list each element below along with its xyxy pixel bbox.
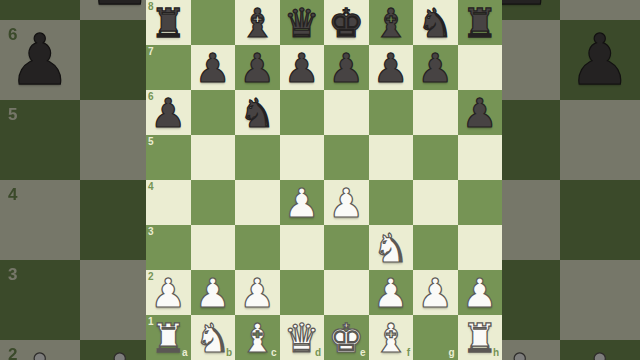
square-f7[interactable]: ♟: [369, 45, 414, 90]
rank-label-3-bg: 3: [8, 266, 17, 283]
square-g1[interactable]: g: [413, 315, 458, 360]
black-pawn-icon[interactable]: ♟: [146, 90, 191, 135]
square-h5-bg: [560, 100, 640, 180]
square-d1[interactable]: d♛: [280, 315, 325, 360]
square-c6[interactable]: ♞: [235, 90, 280, 135]
square-b2[interactable]: ♟: [191, 270, 236, 315]
square-h6-bg: ♟: [560, 20, 640, 100]
black-bishop-icon[interactable]: ♝: [369, 0, 414, 45]
square-c2[interactable]: ♟: [235, 270, 280, 315]
white-pawn-icon[interactable]: ♟: [324, 180, 369, 225]
square-f2[interactable]: ♟: [369, 270, 414, 315]
square-g4[interactable]: [413, 180, 458, 225]
square-c7[interactable]: ♟: [235, 45, 280, 90]
square-g5[interactable]: [413, 135, 458, 180]
square-f5[interactable]: [369, 135, 414, 180]
black-pawn-icon[interactable]: ♟: [191, 45, 236, 90]
rank-label-3: 3: [148, 227, 154, 237]
square-e3[interactable]: [324, 225, 369, 270]
square-h3-bg: [560, 260, 640, 340]
square-c1[interactable]: c♝: [235, 315, 280, 360]
square-h7-bg: [560, 0, 640, 20]
square-h2[interactable]: ♟: [458, 270, 503, 315]
square-g7[interactable]: ♟: [413, 45, 458, 90]
square-b3[interactable]: [191, 225, 236, 270]
black-knight-icon[interactable]: ♞: [235, 90, 280, 135]
square-h3[interactable]: [458, 225, 503, 270]
file-label-g: g: [448, 348, 454, 358]
black-rook-icon[interactable]: ♜: [146, 0, 191, 45]
square-a5-bg: 5: [0, 100, 80, 180]
rank-label-4-bg: 4: [8, 186, 17, 203]
white-pawn-icon[interactable]: ♟: [369, 270, 414, 315]
square-h6[interactable]: ♟: [458, 90, 503, 135]
white-pawn-icon[interactable]: ♟: [458, 270, 503, 315]
square-f1[interactable]: f♝: [369, 315, 414, 360]
square-b5[interactable]: [191, 135, 236, 180]
square-b7[interactable]: ♟: [191, 45, 236, 90]
square-f4[interactable]: [369, 180, 414, 225]
square-f3[interactable]: ♞: [369, 225, 414, 270]
square-d4[interactable]: ♟: [280, 180, 325, 225]
square-d8[interactable]: ♛: [280, 0, 325, 45]
square-e7[interactable]: ♟: [324, 45, 369, 90]
black-rook-icon[interactable]: ♜: [458, 0, 503, 45]
square-a3-bg: 3: [0, 260, 80, 340]
white-pawn-icon[interactable]: ♟: [413, 270, 458, 315]
black-pawn-icon[interactable]: ♟: [458, 90, 503, 135]
square-e1[interactable]: e♚: [324, 315, 369, 360]
rank-label-7: 7: [148, 47, 154, 57]
square-e4[interactable]: ♟: [324, 180, 369, 225]
square-e6[interactable]: [324, 90, 369, 135]
square-e5[interactable]: [324, 135, 369, 180]
square-e8[interactable]: ♚: [324, 0, 369, 45]
white-knight-icon[interactable]: ♞: [191, 315, 236, 360]
chess-board[interactable]: 8♜♝♛♚♝♞♜7♟♟♟♟♟♟6♟♞♟54♟♟3♞2♟♟♟♟♟♟1a♜b♞c♝d…: [146, 0, 502, 360]
square-h4-bg: [560, 180, 640, 260]
square-a4-bg: 4: [0, 180, 80, 260]
square-a3[interactable]: 3: [146, 225, 191, 270]
black-pawn-icon[interactable]: ♟: [369, 45, 414, 90]
square-h4[interactable]: [458, 180, 503, 225]
square-h1[interactable]: h♜: [458, 315, 503, 360]
square-g2[interactable]: ♟: [413, 270, 458, 315]
square-c4[interactable]: [235, 180, 280, 225]
black-pawn-icon[interactable]: ♟: [324, 45, 369, 90]
square-f8[interactable]: ♝: [369, 0, 414, 45]
square-h2-bg: ♟: [560, 340, 640, 360]
square-a8[interactable]: 8♜: [146, 0, 191, 45]
square-h7[interactable]: [458, 45, 503, 90]
black-queen-icon[interactable]: ♛: [280, 0, 325, 45]
square-a7[interactable]: 7: [146, 45, 191, 90]
square-c8[interactable]: ♝: [235, 0, 280, 45]
white-knight-icon[interactable]: ♞: [369, 225, 414, 270]
square-g6[interactable]: [413, 90, 458, 135]
square-c3[interactable]: [235, 225, 280, 270]
white-bishop-icon[interactable]: ♝: [235, 315, 280, 360]
black-pawn-icon[interactable]: ♟: [280, 45, 325, 90]
white-pawn-icon[interactable]: ♟: [146, 270, 191, 315]
rank-label-5-bg: 5: [8, 106, 17, 123]
square-a4[interactable]: 4: [146, 180, 191, 225]
white-pawn-icon[interactable]: ♟: [191, 270, 236, 315]
black-pawn-icon[interactable]: ♟: [413, 45, 458, 90]
square-b4[interactable]: [191, 180, 236, 225]
square-b8[interactable]: [191, 0, 236, 45]
square-d3[interactable]: [280, 225, 325, 270]
white-pawn-icon: ♟: [560, 340, 640, 360]
white-bishop-icon[interactable]: ♝: [369, 315, 414, 360]
square-d5[interactable]: [280, 135, 325, 180]
square-d7[interactable]: ♟: [280, 45, 325, 90]
square-h5[interactable]: [458, 135, 503, 180]
black-knight-icon[interactable]: ♞: [413, 0, 458, 45]
square-g3[interactable]: [413, 225, 458, 270]
square-a6-bg: 6♟: [0, 20, 80, 100]
square-d2[interactable]: [280, 270, 325, 315]
white-queen-icon[interactable]: ♛: [280, 315, 325, 360]
black-bishop-icon[interactable]: ♝: [235, 0, 280, 45]
black-pawn-icon[interactable]: ♟: [235, 45, 280, 90]
square-f6[interactable]: [369, 90, 414, 135]
square-e2[interactable]: [324, 270, 369, 315]
square-g8[interactable]: ♞: [413, 0, 458, 45]
square-a1[interactable]: 1a♜: [146, 315, 191, 360]
white-rook-icon[interactable]: ♜: [146, 315, 191, 360]
white-king-icon[interactable]: ♚: [324, 315, 369, 360]
white-pawn-icon: ♟: [0, 340, 80, 360]
white-rook-icon[interactable]: ♜: [458, 315, 503, 360]
square-b6[interactable]: [191, 90, 236, 135]
black-king-icon[interactable]: ♚: [324, 0, 369, 45]
black-pawn-icon: ♟: [560, 20, 640, 100]
rank-label-4: 4: [148, 182, 154, 192]
square-a2-bg: 2♟: [0, 340, 80, 360]
square-a7-bg: 7: [0, 0, 80, 20]
rank-label-5: 5: [148, 137, 154, 147]
square-h8[interactable]: ♜: [458, 0, 503, 45]
square-d6[interactable]: [280, 90, 325, 135]
square-a6[interactable]: 6♟: [146, 90, 191, 135]
square-b1[interactable]: b♞: [191, 315, 236, 360]
black-pawn-icon: ♟: [0, 20, 80, 100]
white-pawn-icon[interactable]: ♟: [235, 270, 280, 315]
square-a2[interactable]: 2♟: [146, 270, 191, 315]
white-pawn-icon[interactable]: ♟: [280, 180, 325, 225]
square-c5[interactable]: [235, 135, 280, 180]
square-a5[interactable]: 5: [146, 135, 191, 180]
